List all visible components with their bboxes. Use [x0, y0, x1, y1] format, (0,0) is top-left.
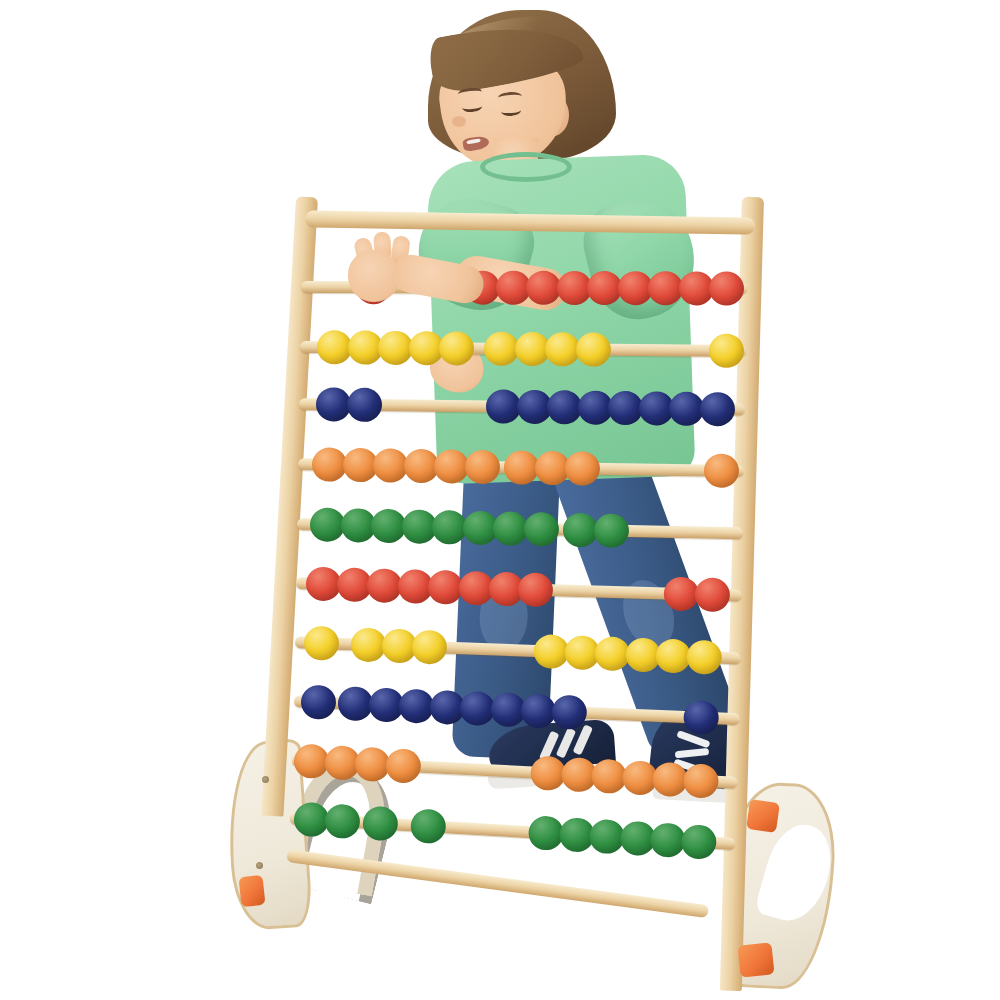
abacus-row-8-blue — [287, 683, 746, 737]
bead-orange[interactable] — [464, 450, 500, 485]
bead-orange[interactable] — [704, 453, 740, 488]
abacus-row-6-red — [289, 565, 748, 614]
bead-red[interactable] — [709, 271, 744, 305]
bead-blue[interactable] — [346, 388, 381, 422]
bead-blue[interactable] — [300, 685, 336, 720]
bead-red[interactable] — [517, 572, 553, 607]
screw — [256, 862, 263, 869]
bead-orange[interactable] — [504, 450, 540, 485]
child-forearm-front — [389, 252, 487, 307]
bead-yellow[interactable] — [484, 332, 519, 366]
left-foot-knob — [238, 875, 265, 907]
bead-yellow[interactable] — [317, 330, 352, 364]
bead-yellow[interactable] — [439, 331, 474, 365]
right-foot-knob-top — [746, 799, 780, 833]
abacus-row-3-blue — [293, 386, 751, 428]
abacus-row-2-yellow — [294, 329, 752, 369]
bead-green[interactable] — [362, 806, 399, 842]
bead-green[interactable] — [680, 824, 717, 860]
bead-green[interactable] — [523, 512, 559, 547]
abacus-row-4-orange — [292, 446, 751, 489]
abacus-row-7-yellow — [288, 624, 747, 677]
bead-rows — [0, 0, 1000, 1000]
bead-green[interactable] — [593, 513, 629, 548]
bead-red[interactable] — [648, 271, 683, 305]
bead-yellow[interactable] — [545, 332, 580, 366]
bead-orange[interactable] — [434, 449, 470, 484]
bead-blue[interactable] — [316, 387, 351, 421]
bead-green[interactable] — [323, 803, 360, 839]
bead-yellow[interactable] — [411, 630, 447, 665]
bead-blue[interactable] — [547, 390, 582, 424]
bead-blue[interactable] — [699, 392, 734, 426]
bead-yellow[interactable] — [303, 626, 339, 661]
bead-yellow[interactable] — [709, 334, 744, 368]
bead-blue[interactable] — [608, 391, 643, 425]
bead-orange[interactable] — [385, 748, 422, 784]
bead-blue[interactable] — [669, 392, 704, 426]
bead-green[interactable] — [410, 808, 447, 844]
bead-orange[interactable] — [682, 763, 719, 799]
bead-orange[interactable] — [373, 448, 409, 483]
bead-yellow[interactable] — [378, 331, 413, 365]
giant-abacus — [0, 0, 1000, 1000]
bead-blue[interactable] — [486, 389, 521, 423]
abacus-row-5-green — [291, 506, 750, 552]
bead-red[interactable] — [526, 271, 561, 305]
screw — [262, 776, 269, 783]
bead-orange[interactable] — [565, 451, 601, 486]
bead-blue[interactable] — [551, 695, 587, 730]
right-foot-knob-bottom — [737, 942, 774, 977]
bead-blue[interactable] — [683, 700, 719, 735]
bead-red[interactable] — [587, 271, 622, 305]
child-reaching-hand — [338, 230, 488, 314]
bead-red[interactable] — [694, 577, 730, 612]
scene: adidas — [0, 0, 1000, 1000]
bead-yellow[interactable] — [575, 332, 610, 366]
bead-orange[interactable] — [312, 447, 348, 482]
bead-yellow[interactable] — [686, 640, 722, 675]
